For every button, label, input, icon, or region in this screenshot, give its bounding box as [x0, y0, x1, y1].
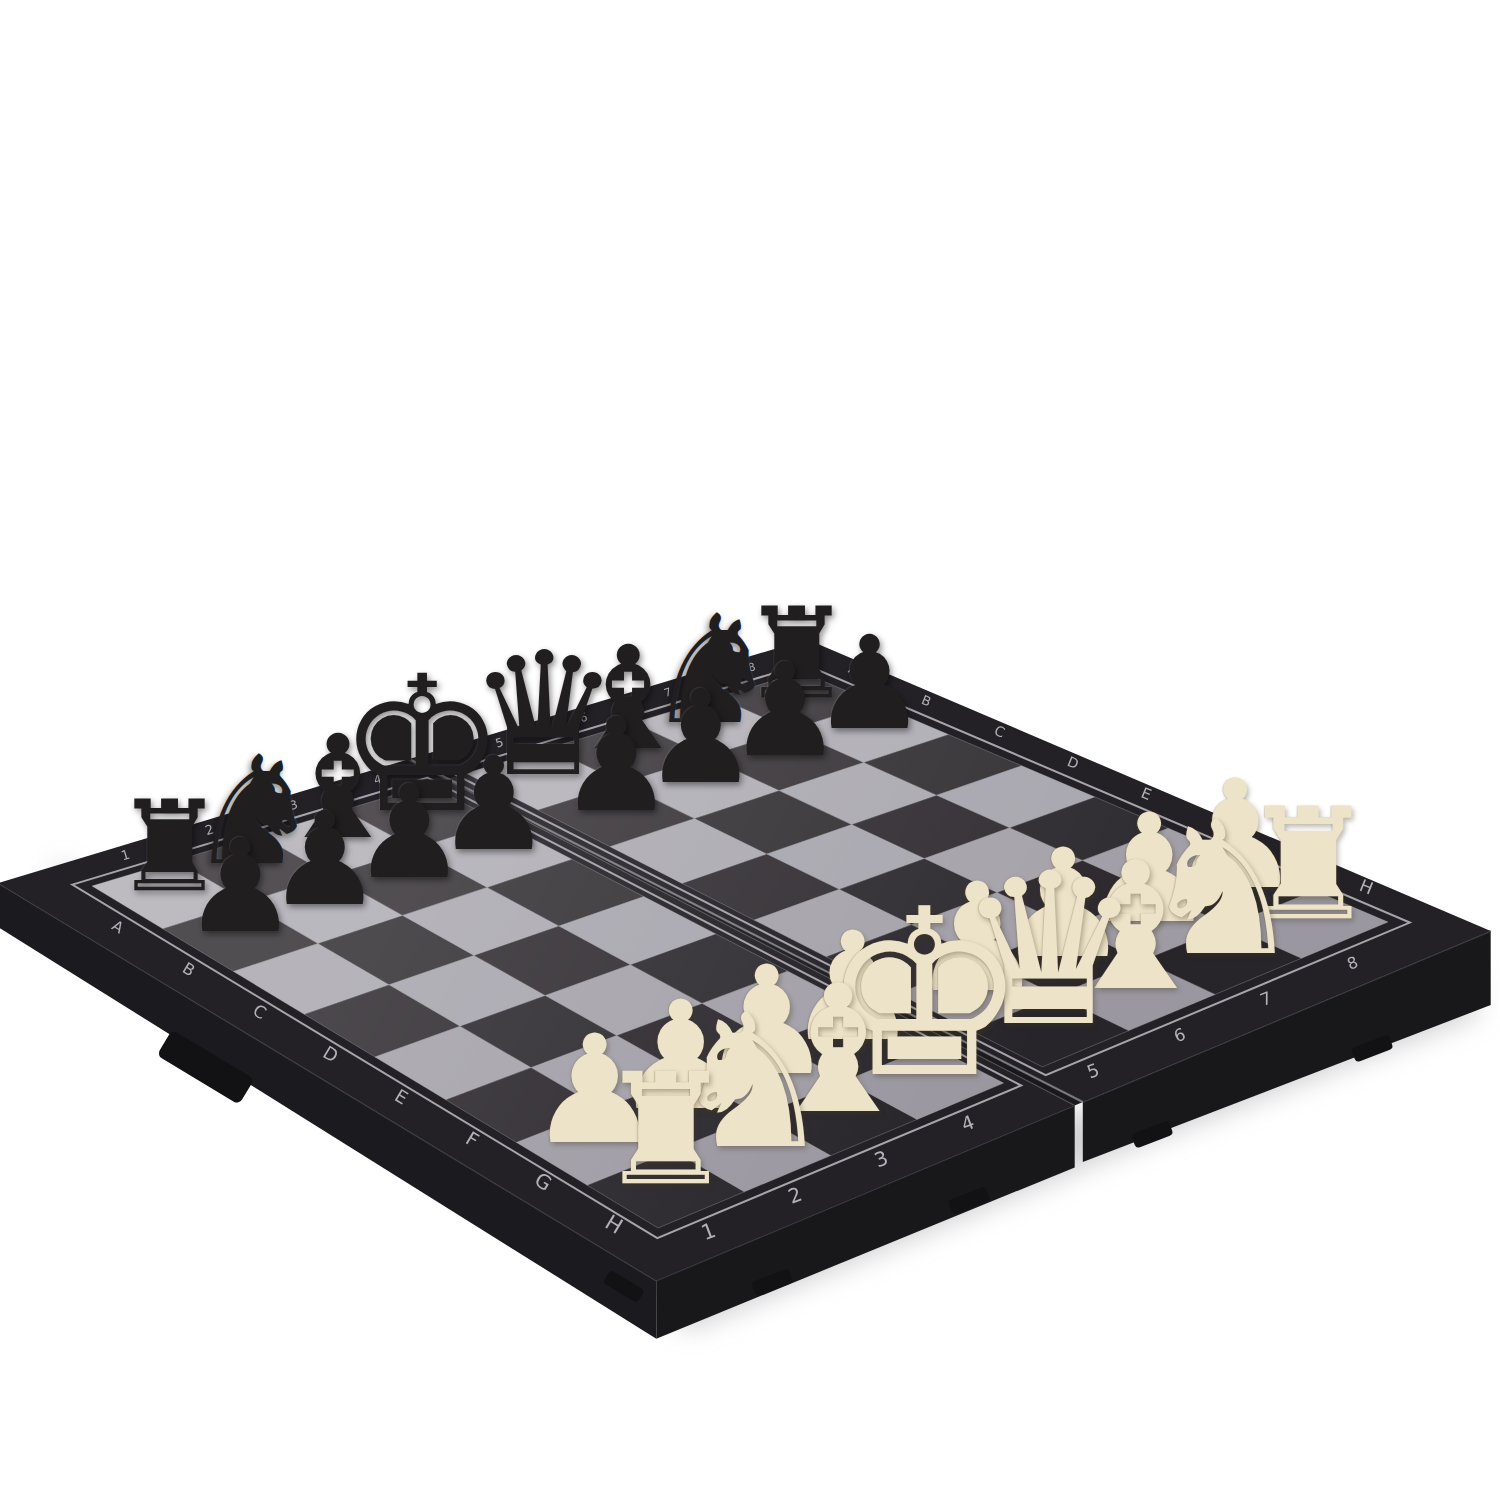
- glare-overlay: [92, 672, 1388, 1228]
- chessboard: ABCDEFGHABCDEFGH1234567812345678: [0, 0, 1500, 1500]
- chess-set-photo: ABCDEFGHABCDEFGH1234567812345678 ♜♞♟♝♟♛♟…: [0, 0, 1500, 1500]
